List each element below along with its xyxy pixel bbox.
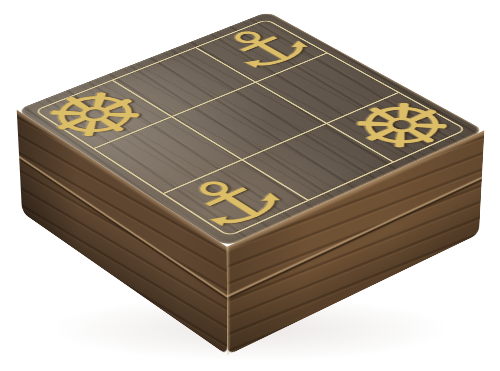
corner-edge-highlight <box>227 245 231 355</box>
wooden-game-box: ☸ ⚓ <box>17 12 485 247</box>
product-photo-stage: ☸ ⚓ <box>0 0 500 371</box>
perspective-scene: ☸ ⚓ <box>0 0 500 371</box>
